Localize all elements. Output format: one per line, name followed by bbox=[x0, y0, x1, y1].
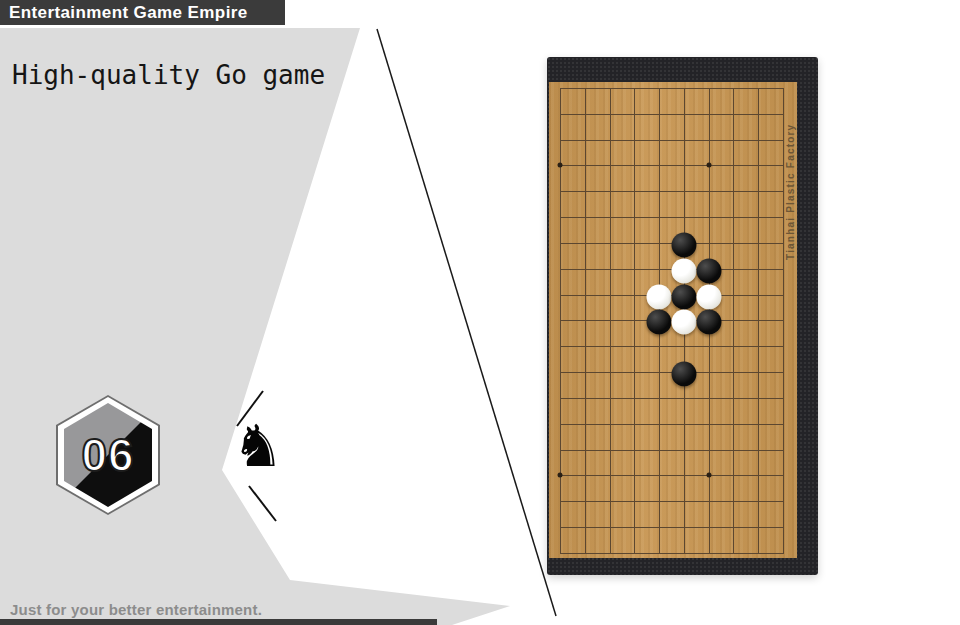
footer-tagline: Just for your better entertainment. bbox=[10, 601, 262, 618]
white-stone bbox=[696, 284, 721, 309]
board-wood-surface: Tianhai Plastic Factory bbox=[549, 82, 797, 558]
black-stone bbox=[696, 258, 721, 283]
gray-banner-polygon bbox=[0, 28, 510, 625]
go-board-photo: Tianhai Plastic Factory bbox=[547, 57, 818, 575]
knight-icon: ♞ bbox=[226, 412, 290, 482]
headline: High-quality Go game bbox=[12, 60, 325, 90]
black-stone bbox=[647, 310, 672, 335]
top-banner-bar: Entertainment Game Empire bbox=[0, 0, 285, 25]
diagonal-accent-line bbox=[377, 29, 556, 616]
black-stone bbox=[671, 284, 696, 309]
badge-number: 06 bbox=[81, 428, 134, 482]
go-board-grid bbox=[560, 88, 784, 554]
white-stone bbox=[671, 310, 696, 335]
banner-title: Entertainment Game Empire bbox=[0, 3, 248, 23]
number-badge: 06 bbox=[56, 395, 160, 515]
board-brand-text: Tianhai Plastic Factory bbox=[785, 90, 797, 260]
black-stone bbox=[671, 362, 696, 387]
chevron-lower-segment bbox=[249, 486, 276, 521]
star-point bbox=[558, 473, 563, 478]
white-stone bbox=[647, 284, 672, 309]
footer-bar bbox=[0, 619, 437, 625]
black-stone bbox=[696, 310, 721, 335]
star-point bbox=[558, 163, 563, 168]
star-point bbox=[706, 473, 711, 478]
star-point bbox=[706, 163, 711, 168]
black-stone bbox=[671, 232, 696, 257]
white-stone bbox=[671, 258, 696, 283]
